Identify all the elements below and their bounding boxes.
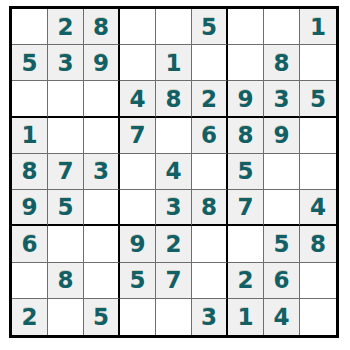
- cell-r6c6[interactable]: 8: [192, 190, 228, 226]
- cell-r8c5[interactable]: 7: [156, 263, 192, 299]
- cell-r1c6[interactable]: 5: [192, 9, 228, 45]
- cell-r9c1[interactable]: 2: [12, 299, 48, 335]
- cell-r3c8[interactable]: 3: [264, 81, 300, 117]
- cell-r6c9[interactable]: 4: [300, 190, 336, 226]
- cell-r6c3[interactable]: [84, 190, 120, 226]
- cell-r7c2[interactable]: [48, 226, 84, 262]
- cell-r6c4[interactable]: [120, 190, 156, 226]
- cell-r3c7[interactable]: 9: [228, 81, 264, 117]
- cell-r5c3[interactable]: 3: [84, 154, 120, 190]
- cell-r7c7[interactable]: [228, 226, 264, 262]
- cell-r5c1[interactable]: 8: [12, 154, 48, 190]
- cell-r3c3[interactable]: [84, 81, 120, 117]
- cell-r5c5[interactable]: 4: [156, 154, 192, 190]
- cell-r9c2[interactable]: [48, 299, 84, 335]
- cell-r1c9[interactable]: 1: [300, 9, 336, 45]
- cell-r8c1[interactable]: [12, 263, 48, 299]
- cell-r6c7[interactable]: 7: [228, 190, 264, 226]
- cell-r1c1[interactable]: [12, 9, 48, 45]
- cell-r5c6[interactable]: [192, 154, 228, 190]
- cell-r5c2[interactable]: 7: [48, 154, 84, 190]
- cell-r2c7[interactable]: [228, 45, 264, 81]
- cell-r2c3[interactable]: 9: [84, 45, 120, 81]
- cell-r6c2[interactable]: 5: [48, 190, 84, 226]
- cell-r2c9[interactable]: [300, 45, 336, 81]
- cell-r4c7[interactable]: 8: [228, 118, 264, 154]
- cell-r5c4[interactable]: [120, 154, 156, 190]
- cell-r8c6[interactable]: [192, 263, 228, 299]
- cell-r9c9[interactable]: [300, 299, 336, 335]
- cell-r7c8[interactable]: 5: [264, 226, 300, 262]
- cell-r3c4[interactable]: 4: [120, 81, 156, 117]
- cell-r2c5[interactable]: 1: [156, 45, 192, 81]
- cell-r5c8[interactable]: [264, 154, 300, 190]
- cell-r2c2[interactable]: 3: [48, 45, 84, 81]
- cell-r7c1[interactable]: 6: [12, 226, 48, 262]
- cell-r4c3[interactable]: [84, 118, 120, 154]
- cell-r8c8[interactable]: 6: [264, 263, 300, 299]
- cell-r8c2[interactable]: 8: [48, 263, 84, 299]
- cell-r7c6[interactable]: [192, 226, 228, 262]
- cell-r4c6[interactable]: 6: [192, 118, 228, 154]
- cell-r4c5[interactable]: [156, 118, 192, 154]
- cell-r6c5[interactable]: 3: [156, 190, 192, 226]
- cell-r1c7[interactable]: [228, 9, 264, 45]
- cell-r1c3[interactable]: 8: [84, 9, 120, 45]
- cell-r3c9[interactable]: 5: [300, 81, 336, 117]
- cell-r7c3[interactable]: [84, 226, 120, 262]
- cell-r9c3[interactable]: 5: [84, 299, 120, 335]
- cell-r1c8[interactable]: [264, 9, 300, 45]
- cell-r7c5[interactable]: 2: [156, 226, 192, 262]
- sudoku-board: 2851539184829351768987345953874692588572…: [9, 6, 339, 338]
- cell-r9c7[interactable]: 1: [228, 299, 264, 335]
- sudoku-page: 2851539184829351768987345953874692588572…: [0, 0, 350, 350]
- cell-r6c8[interactable]: [264, 190, 300, 226]
- cell-r8c9[interactable]: [300, 263, 336, 299]
- cell-r3c5[interactable]: 8: [156, 81, 192, 117]
- cell-r5c9[interactable]: [300, 154, 336, 190]
- cell-r2c4[interactable]: [120, 45, 156, 81]
- cell-r8c7[interactable]: 2: [228, 263, 264, 299]
- cell-r9c4[interactable]: [120, 299, 156, 335]
- cell-r1c4[interactable]: [120, 9, 156, 45]
- cell-r8c4[interactable]: 5: [120, 263, 156, 299]
- cell-r4c4[interactable]: 7: [120, 118, 156, 154]
- cell-r9c6[interactable]: 3: [192, 299, 228, 335]
- cell-r3c2[interactable]: [48, 81, 84, 117]
- cell-r3c6[interactable]: 2: [192, 81, 228, 117]
- cell-r9c5[interactable]: [156, 299, 192, 335]
- cell-r8c3[interactable]: [84, 263, 120, 299]
- cell-r7c9[interactable]: 8: [300, 226, 336, 262]
- cell-r4c8[interactable]: 9: [264, 118, 300, 154]
- cell-r6c1[interactable]: 9: [12, 190, 48, 226]
- cell-r1c2[interactable]: 2: [48, 9, 84, 45]
- cell-r7c4[interactable]: 9: [120, 226, 156, 262]
- cell-r1c5[interactable]: [156, 9, 192, 45]
- cell-r3c1[interactable]: [12, 81, 48, 117]
- cell-r5c7[interactable]: 5: [228, 154, 264, 190]
- cell-r4c9[interactable]: [300, 118, 336, 154]
- cell-r2c1[interactable]: 5: [12, 45, 48, 81]
- cell-r9c8[interactable]: 4: [264, 299, 300, 335]
- cell-r4c2[interactable]: [48, 118, 84, 154]
- cell-r4c1[interactable]: 1: [12, 118, 48, 154]
- cell-r2c8[interactable]: 8: [264, 45, 300, 81]
- cell-r2c6[interactable]: [192, 45, 228, 81]
